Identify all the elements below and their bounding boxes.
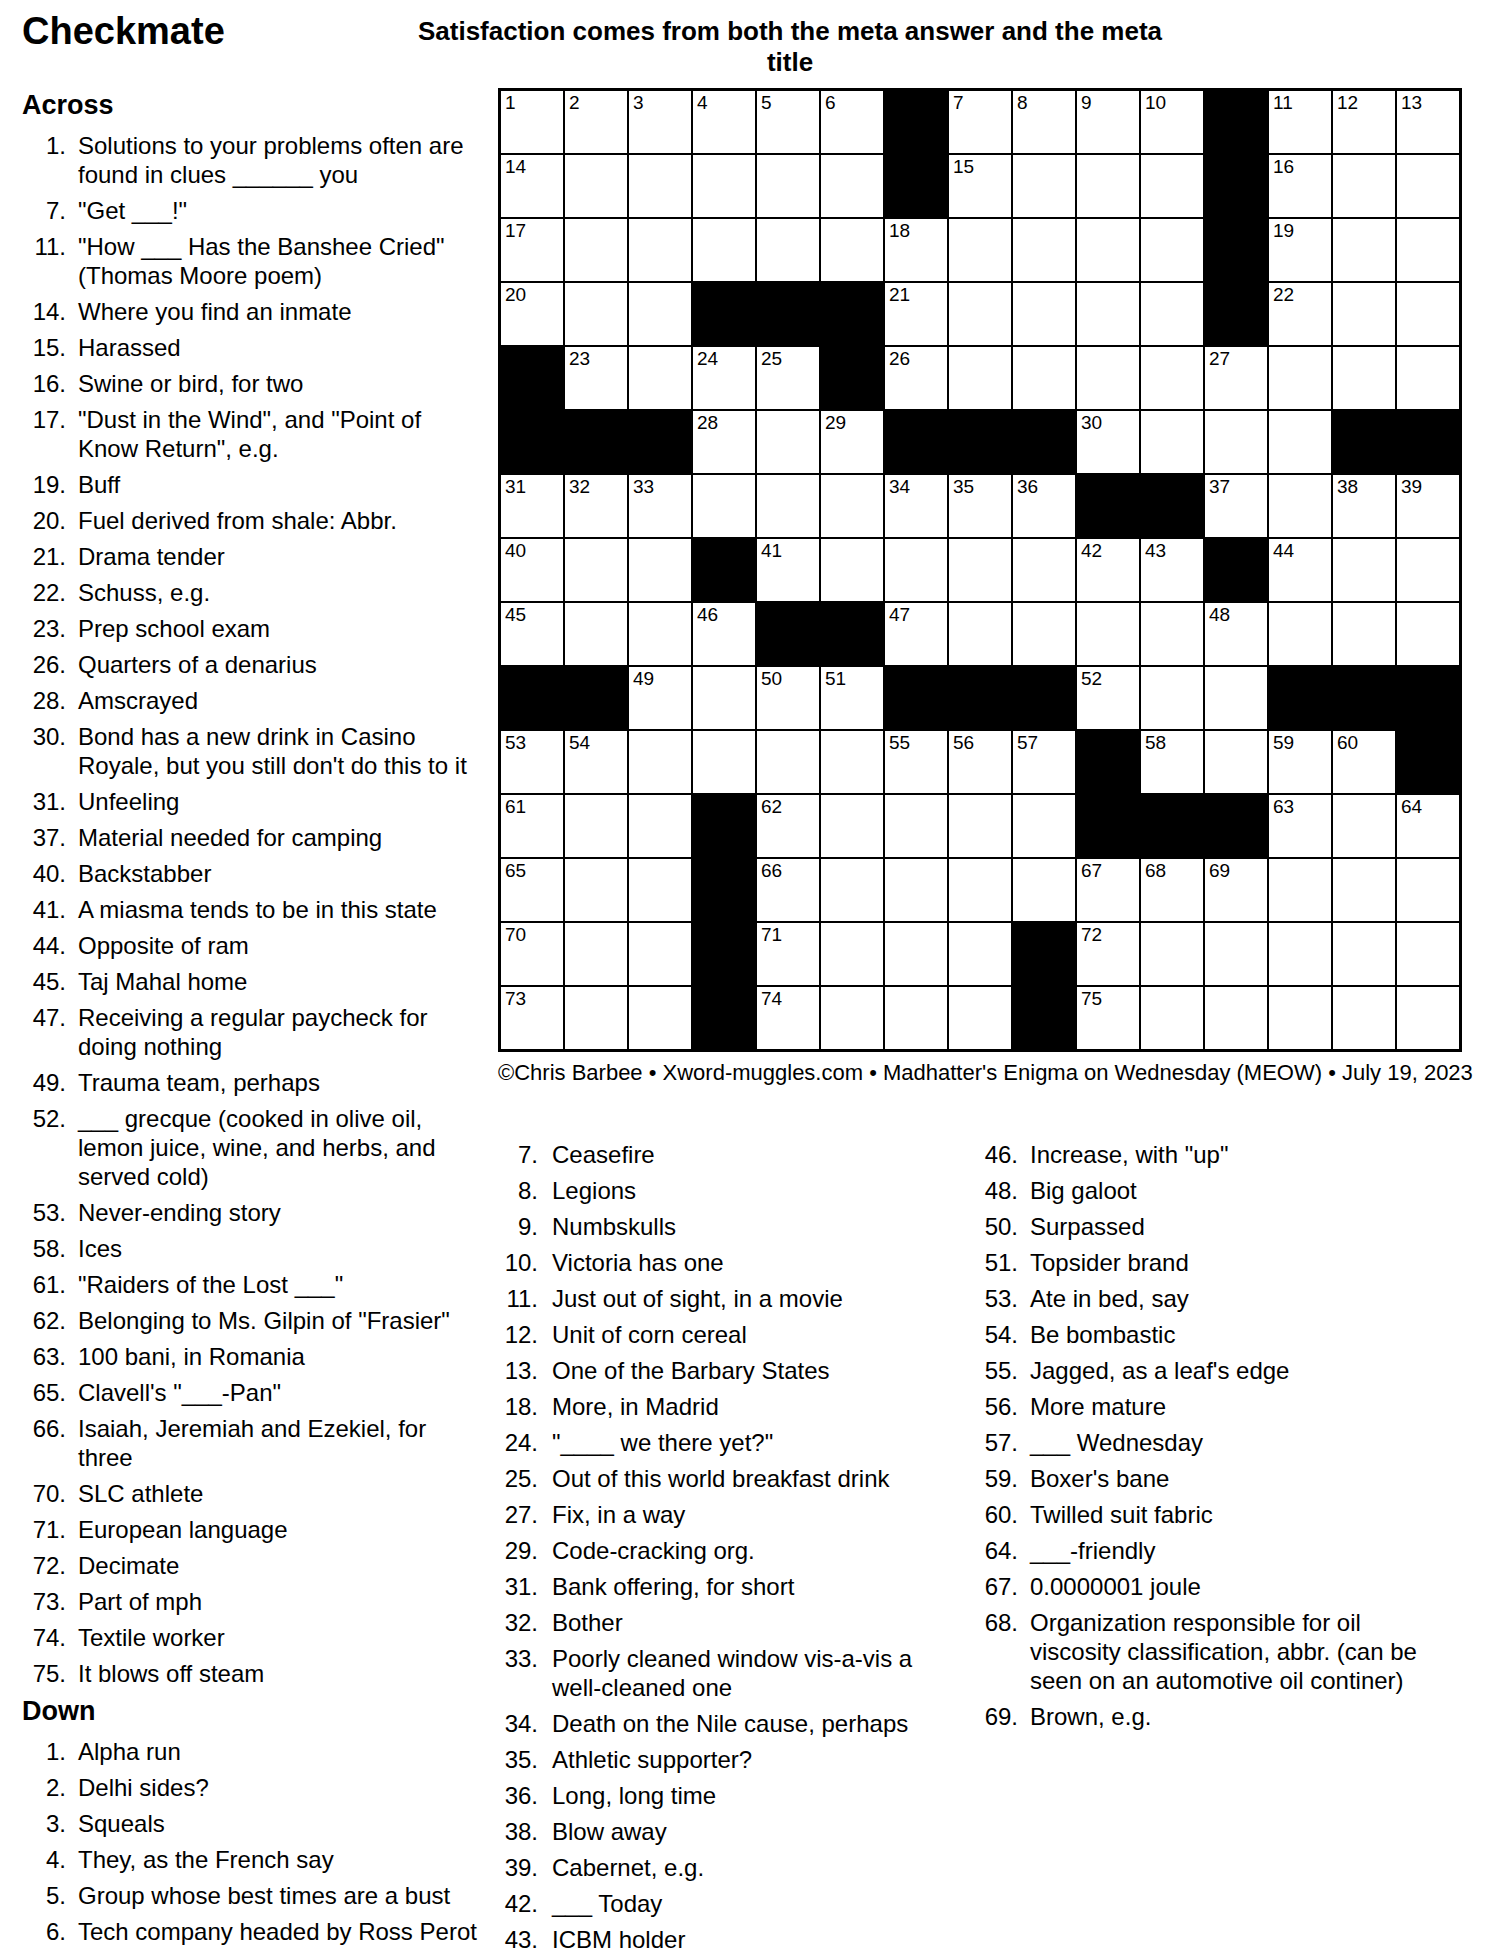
clue-number: 22. xyxy=(22,578,66,607)
cell-r11c2[interactable]: 54 xyxy=(565,731,627,793)
cell-r13c7[interactable] xyxy=(885,859,947,921)
clue-column-middle: 7. Ceasefire 8. Legions 9. Numbskulls 10… xyxy=(500,1140,960,1954)
cell-r14c2[interactable] xyxy=(565,923,627,985)
cell-r2c2[interactable] xyxy=(565,155,627,217)
cell-r15c5[interactable]: 74 xyxy=(757,987,819,1049)
clue-text: One of the Barbary States xyxy=(552,1356,960,1385)
cell-r1c10[interactable]: 9 xyxy=(1077,91,1139,153)
cell-r14c14[interactable] xyxy=(1333,923,1395,985)
clue-item: 51. Topsider brand xyxy=(980,1248,1458,1277)
cell-r13c8[interactable] xyxy=(949,859,1011,921)
clue-item: 66. Isaiah, Jeremiah and Ezekiel, for th… xyxy=(22,1414,490,1472)
cell-r10c11[interactable] xyxy=(1141,667,1203,729)
clue-item: 17. "Dust in the Wind", and "Point of Kn… xyxy=(22,405,490,463)
cell-number: 57 xyxy=(1017,732,1038,753)
cell-r9c12[interactable]: 48 xyxy=(1205,603,1267,665)
clue-item: 3. Squeals xyxy=(22,1809,490,1838)
cell-r12c4-block xyxy=(693,795,755,857)
cell-r13c10[interactable]: 67 xyxy=(1077,859,1139,921)
cell-r10c3[interactable]: 49 xyxy=(629,667,691,729)
cell-r14c6[interactable] xyxy=(821,923,883,985)
cell-r10c7-block xyxy=(885,667,947,729)
clue-text: Jagged, as a leaf's edge xyxy=(1030,1356,1440,1385)
clue-item: 11. Just out of sight, in a movie xyxy=(500,1284,960,1313)
cell-r4c12-block xyxy=(1205,283,1267,345)
cell-r11c13[interactable]: 59 xyxy=(1269,731,1331,793)
cell-r11c5[interactable] xyxy=(757,731,819,793)
cell-r7c5[interactable] xyxy=(757,475,819,537)
cell-r1c12-block xyxy=(1205,91,1267,153)
cell-r8c14[interactable] xyxy=(1333,539,1395,601)
clue-number: 28. xyxy=(22,686,66,715)
cell-r3c13[interactable]: 19 xyxy=(1269,219,1331,281)
cell-r15c6[interactable] xyxy=(821,987,883,1049)
cell-r3c9[interactable] xyxy=(1013,219,1075,281)
cell-r2c6[interactable] xyxy=(821,155,883,217)
cell-r1c2[interactable]: 2 xyxy=(565,91,627,153)
cell-r5c4[interactable]: 24 xyxy=(693,347,755,409)
cell-r5c1-block xyxy=(501,347,563,409)
cell-r11c11[interactable]: 58 xyxy=(1141,731,1203,793)
cell-r14c7[interactable] xyxy=(885,923,947,985)
cell-r12c2[interactable] xyxy=(565,795,627,857)
cell-r3c5[interactable] xyxy=(757,219,819,281)
clue-number: 5. xyxy=(22,1881,66,1910)
cell-r10c4[interactable] xyxy=(693,667,755,729)
cell-r13c15[interactable] xyxy=(1397,859,1459,921)
cell-r3c10[interactable] xyxy=(1077,219,1139,281)
cell-r7c9[interactable]: 36 xyxy=(1013,475,1075,537)
cell-r6c12[interactable] xyxy=(1205,411,1267,473)
cell-r11c12[interactable] xyxy=(1205,731,1267,793)
clue-item: 74. Textile worker xyxy=(22,1623,490,1652)
cell-r4c6-block xyxy=(821,283,883,345)
cell-r2c13[interactable]: 16 xyxy=(1269,155,1331,217)
cell-r10c8-block xyxy=(949,667,1011,729)
cell-r13c6[interactable] xyxy=(821,859,883,921)
cell-r6c9-block xyxy=(1013,411,1075,473)
cell-r3c15[interactable] xyxy=(1397,219,1459,281)
cell-r13c14[interactable] xyxy=(1333,859,1395,921)
cell-r12c12-block xyxy=(1205,795,1267,857)
cell-r7c8[interactable]: 35 xyxy=(949,475,1011,537)
cell-r2c3[interactable] xyxy=(629,155,691,217)
clue-text: European language xyxy=(78,1515,478,1544)
clue-number: 54. xyxy=(980,1320,1018,1349)
crossword-grid[interactable]: 1234567891011121314151617181920212223242… xyxy=(498,88,1462,1052)
down-header: Down xyxy=(22,1696,490,1727)
cell-r15c14[interactable] xyxy=(1333,987,1395,1049)
cell-r8c1[interactable]: 40 xyxy=(501,539,563,601)
cell-r8c2[interactable] xyxy=(565,539,627,601)
cell-r13c11[interactable]: 68 xyxy=(1141,859,1203,921)
clue-text: Long, long time xyxy=(552,1781,960,1810)
cell-r3c6[interactable] xyxy=(821,219,883,281)
cell-r4c10[interactable] xyxy=(1077,283,1139,345)
cell-r7c6[interactable] xyxy=(821,475,883,537)
cell-r5c13[interactable] xyxy=(1269,347,1331,409)
cell-r2c1[interactable]: 14 xyxy=(501,155,563,217)
cell-r4c9[interactable] xyxy=(1013,283,1075,345)
clue-number: 29. xyxy=(500,1536,538,1565)
cell-r7c15[interactable]: 39 xyxy=(1397,475,1459,537)
clue-number: 33. xyxy=(500,1644,538,1673)
cell-r1c7-block xyxy=(885,91,947,153)
clue-item: 63. 100 bani, in Romania xyxy=(22,1342,490,1371)
cell-r4c15[interactable] xyxy=(1397,283,1459,345)
cell-r10c6[interactable]: 51 xyxy=(821,667,883,729)
clue-text: "Dust in the Wind", and "Point of Know R… xyxy=(78,405,478,463)
cell-r15c10[interactable]: 75 xyxy=(1077,987,1139,1049)
cell-r11c14[interactable]: 60 xyxy=(1333,731,1395,793)
cell-r13c1[interactable]: 65 xyxy=(501,859,563,921)
cell-number: 65 xyxy=(505,860,526,881)
clue-number: 64. xyxy=(980,1536,1018,1565)
cell-r8c3[interactable] xyxy=(629,539,691,601)
cell-r15c13[interactable] xyxy=(1269,987,1331,1049)
cell-number: 30 xyxy=(1081,412,1102,433)
cell-r8c7[interactable] xyxy=(885,539,947,601)
cell-r7c12[interactable]: 37 xyxy=(1205,475,1267,537)
clue-text: "How ___ Has the Banshee Cried" (Thomas … xyxy=(78,232,478,290)
cell-r15c9-block xyxy=(1013,987,1075,1049)
cell-r15c2[interactable] xyxy=(565,987,627,1049)
cell-r2c14[interactable] xyxy=(1333,155,1395,217)
cell-r5c11[interactable] xyxy=(1141,347,1203,409)
cell-r1c5[interactable]: 5 xyxy=(757,91,819,153)
cell-r6c3-block xyxy=(629,411,691,473)
cell-r9c15[interactable] xyxy=(1397,603,1459,665)
clue-text: Bond has a new drink in Casino Royale, b… xyxy=(78,722,478,780)
cell-r11c6[interactable] xyxy=(821,731,883,793)
cell-r4c7[interactable]: 21 xyxy=(885,283,947,345)
cell-number: 39 xyxy=(1401,476,1422,497)
cell-r12c8[interactable] xyxy=(949,795,1011,857)
cell-r15c12[interactable] xyxy=(1205,987,1267,1049)
clue-number: 41. xyxy=(22,895,66,924)
cell-r11c8[interactable]: 56 xyxy=(949,731,1011,793)
clue-number: 59. xyxy=(980,1464,1018,1493)
cell-r3c3[interactable] xyxy=(629,219,691,281)
clue-number: 69. xyxy=(980,1702,1018,1731)
cell-r14c12[interactable] xyxy=(1205,923,1267,985)
clue-number: 66. xyxy=(22,1414,66,1443)
cell-r8c5[interactable]: 41 xyxy=(757,539,819,601)
cell-r8c10[interactable]: 42 xyxy=(1077,539,1139,601)
cell-r14c9-block xyxy=(1013,923,1075,985)
down-clue-list-2: 7. Ceasefire 8. Legions 9. Numbskulls 10… xyxy=(500,1140,960,1954)
clue-item: 40. Backstabber xyxy=(22,859,490,888)
cell-r8c6[interactable] xyxy=(821,539,883,601)
cell-r4c13[interactable]: 22 xyxy=(1269,283,1331,345)
cell-r5c3[interactable] xyxy=(629,347,691,409)
cell-r8c4-block xyxy=(693,539,755,601)
clue-item: 68. Organization responsible for oil vis… xyxy=(980,1608,1458,1695)
cell-r1c13[interactable]: 11 xyxy=(1269,91,1331,153)
clue-number: 53. xyxy=(22,1198,66,1227)
cell-r10c2-block xyxy=(565,667,627,729)
cell-r14c8[interactable] xyxy=(949,923,1011,985)
cell-r6c2-block xyxy=(565,411,627,473)
clue-number: 43. xyxy=(500,1925,538,1954)
cell-r10c1-block xyxy=(501,667,563,729)
clue-text: Cabernet, e.g. xyxy=(552,1853,960,1882)
clue-text: ICBM holder xyxy=(552,1925,960,1954)
clue-text: Amscrayed xyxy=(78,686,478,715)
cell-r3c11[interactable] xyxy=(1141,219,1203,281)
cell-r5c15[interactable] xyxy=(1397,347,1459,409)
clue-item: 29. Code-cracking org. xyxy=(500,1536,960,1565)
cell-r1c9[interactable]: 8 xyxy=(1013,91,1075,153)
cell-r1c1[interactable]: 1 xyxy=(501,91,563,153)
cell-r6c13[interactable] xyxy=(1269,411,1331,473)
cell-r8c13[interactable]: 44 xyxy=(1269,539,1331,601)
cell-r2c11[interactable] xyxy=(1141,155,1203,217)
cell-r1c11[interactable]: 10 xyxy=(1141,91,1203,153)
clue-number: 14. xyxy=(22,297,66,326)
cell-r6c10[interactable]: 30 xyxy=(1077,411,1139,473)
cell-r13c13[interactable] xyxy=(1269,859,1331,921)
cell-r2c15[interactable] xyxy=(1397,155,1459,217)
clue-text: Fuel derived from shale: Abbr. xyxy=(78,506,478,535)
cell-r5c9[interactable] xyxy=(1013,347,1075,409)
clue-item: 7. "Get ___!" xyxy=(22,196,490,225)
cell-r4c1[interactable]: 20 xyxy=(501,283,563,345)
cell-number: 55 xyxy=(889,732,910,753)
cell-r5c7[interactable]: 26 xyxy=(885,347,947,409)
clue-text: Delhi sides? xyxy=(78,1773,478,1802)
clue-item: 65. Clavell's "___-Pan" xyxy=(22,1378,490,1407)
cell-r3c12-block xyxy=(1205,219,1267,281)
clue-number: 73. xyxy=(22,1587,66,1616)
clue-number: 49. xyxy=(22,1068,66,1097)
cell-r6c7-block xyxy=(885,411,947,473)
cell-r15c11[interactable] xyxy=(1141,987,1203,1049)
cell-number: 52 xyxy=(1081,668,1102,689)
cell-r2c9[interactable] xyxy=(1013,155,1075,217)
clue-item: 10. Victoria has one xyxy=(500,1248,960,1277)
cell-r9c7[interactable]: 47 xyxy=(885,603,947,665)
cell-r3c7[interactable]: 18 xyxy=(885,219,947,281)
cell-r12c3[interactable] xyxy=(629,795,691,857)
cell-r8c15[interactable] xyxy=(1397,539,1459,601)
cell-r9c8[interactable] xyxy=(949,603,1011,665)
cell-r6c14-block xyxy=(1333,411,1395,473)
cell-r12c7[interactable] xyxy=(885,795,947,857)
cell-r13c9[interactable] xyxy=(1013,859,1075,921)
cell-r2c10[interactable] xyxy=(1077,155,1139,217)
cell-r13c12[interactable]: 69 xyxy=(1205,859,1267,921)
cell-number: 41 xyxy=(761,540,782,561)
clue-item: 75. It blows off steam xyxy=(22,1659,490,1688)
cell-r5c12[interactable]: 27 xyxy=(1205,347,1267,409)
clue-number: 36. xyxy=(500,1781,538,1810)
clue-item: 56. More mature xyxy=(980,1392,1458,1421)
cell-r9c1[interactable]: 45 xyxy=(501,603,563,665)
cell-r12c5[interactable]: 62 xyxy=(757,795,819,857)
cell-r7c13[interactable] xyxy=(1269,475,1331,537)
cell-r12c10-block xyxy=(1077,795,1139,857)
clue-item: 49. Trauma team, perhaps xyxy=(22,1068,490,1097)
clue-item: 33. Poorly cleaned window vis-a-vis a we… xyxy=(500,1644,960,1702)
cell-r5c10[interactable] xyxy=(1077,347,1139,409)
cell-r4c2[interactable] xyxy=(565,283,627,345)
cell-r3c2[interactable] xyxy=(565,219,627,281)
cell-r5c8[interactable] xyxy=(949,347,1011,409)
cell-r5c2[interactable]: 23 xyxy=(565,347,627,409)
cell-r9c14[interactable] xyxy=(1333,603,1395,665)
cell-number: 31 xyxy=(505,476,526,497)
cell-r9c13[interactable] xyxy=(1269,603,1331,665)
cell-r14c3[interactable] xyxy=(629,923,691,985)
cell-r14c15[interactable] xyxy=(1397,923,1459,985)
cell-r1c8[interactable]: 7 xyxy=(949,91,1011,153)
clue-number: 6. xyxy=(22,1917,66,1946)
clue-item: 5. Group whose best times are a bust xyxy=(22,1881,490,1910)
cell-r3c14[interactable] xyxy=(1333,219,1395,281)
clue-number: 12. xyxy=(500,1320,538,1349)
cell-r12c6[interactable] xyxy=(821,795,883,857)
cell-r6c6[interactable]: 29 xyxy=(821,411,883,473)
cell-number: 16 xyxy=(1273,156,1294,177)
clue-item: 54. Be bombastic xyxy=(980,1320,1458,1349)
cell-r10c5[interactable]: 50 xyxy=(757,667,819,729)
clue-text: 0.0000001 joule xyxy=(1030,1572,1440,1601)
cell-r1c6[interactable]: 6 xyxy=(821,91,883,153)
cell-r12c13[interactable]: 63 xyxy=(1269,795,1331,857)
clue-item: 45. Taj Mahal home xyxy=(22,967,490,996)
cell-r3c1[interactable]: 17 xyxy=(501,219,563,281)
cell-r9c2[interactable] xyxy=(565,603,627,665)
cell-r5c5[interactable]: 25 xyxy=(757,347,819,409)
cell-r15c1[interactable]: 73 xyxy=(501,987,563,1049)
cell-r8c9[interactable] xyxy=(1013,539,1075,601)
cell-r12c9[interactable] xyxy=(1013,795,1075,857)
cell-r1c3[interactable]: 3 xyxy=(629,91,691,153)
cell-r11c9[interactable]: 57 xyxy=(1013,731,1075,793)
cell-r9c3[interactable] xyxy=(629,603,691,665)
cell-number: 19 xyxy=(1273,220,1294,241)
cell-r14c13[interactable] xyxy=(1269,923,1331,985)
cell-r11c1[interactable]: 53 xyxy=(501,731,563,793)
clue-item: 26. Quarters of a denarius xyxy=(22,650,490,679)
clue-item: 41. A miasma tends to be in this state xyxy=(22,895,490,924)
cell-r15c4-block xyxy=(693,987,755,1049)
cell-r11c7[interactable]: 55 xyxy=(885,731,947,793)
cell-r1c14[interactable]: 12 xyxy=(1333,91,1395,153)
clue-text: Alpha run xyxy=(78,1737,478,1766)
clue-number: 26. xyxy=(22,650,66,679)
across-clue-list: 1. Solutions to your problems often are … xyxy=(22,131,490,1688)
cell-r9c9[interactable] xyxy=(1013,603,1075,665)
cell-number: 34 xyxy=(889,476,910,497)
cell-r1c15[interactable]: 13 xyxy=(1397,91,1459,153)
clue-item: 72. Decimate xyxy=(22,1551,490,1580)
cell-r9c4[interactable]: 46 xyxy=(693,603,755,665)
clue-item: 13. One of the Barbary States xyxy=(500,1356,960,1385)
cell-r7c2[interactable]: 32 xyxy=(565,475,627,537)
cell-r14c10[interactable]: 72 xyxy=(1077,923,1139,985)
cell-r14c4-block xyxy=(693,923,755,985)
cell-r14c1[interactable]: 70 xyxy=(501,923,563,985)
cell-r7c4[interactable] xyxy=(693,475,755,537)
clue-item: 19. Buff xyxy=(22,470,490,499)
cell-r15c3[interactable] xyxy=(629,987,691,1049)
cell-r13c3[interactable] xyxy=(629,859,691,921)
clue-item: 53. Ate in bed, say xyxy=(980,1284,1458,1313)
cell-r13c2[interactable] xyxy=(565,859,627,921)
cell-number: 49 xyxy=(633,668,654,689)
clue-item: 25. Out of this world breakfast drink xyxy=(500,1464,960,1493)
cell-r7c1[interactable]: 31 xyxy=(501,475,563,537)
cell-r2c8[interactable]: 15 xyxy=(949,155,1011,217)
clue-number: 60. xyxy=(980,1500,1018,1529)
cell-r10c12[interactable] xyxy=(1205,667,1267,729)
cell-number: 27 xyxy=(1209,348,1230,369)
cell-r15c7[interactable] xyxy=(885,987,947,1049)
cell-r7c14[interactable]: 38 xyxy=(1333,475,1395,537)
clue-text: Solutions to your problems often are fou… xyxy=(78,131,478,189)
cell-r11c3[interactable] xyxy=(629,731,691,793)
cell-r4c8[interactable] xyxy=(949,283,1011,345)
cell-r3c4[interactable] xyxy=(693,219,755,281)
cell-r5c14[interactable] xyxy=(1333,347,1395,409)
cell-number: 51 xyxy=(825,668,846,689)
cell-r13c5[interactable]: 66 xyxy=(757,859,819,921)
cell-r3c8[interactable] xyxy=(949,219,1011,281)
cell-r6c1-block xyxy=(501,411,563,473)
clue-number: 62. xyxy=(22,1306,66,1335)
cell-r15c8[interactable] xyxy=(949,987,1011,1049)
cell-r11c4[interactable] xyxy=(693,731,755,793)
cell-r8c11[interactable]: 43 xyxy=(1141,539,1203,601)
cell-r9c10[interactable] xyxy=(1077,603,1139,665)
cell-r12c1[interactable]: 61 xyxy=(501,795,563,857)
cell-r12c14[interactable] xyxy=(1333,795,1395,857)
cell-r2c5[interactable] xyxy=(757,155,819,217)
clue-number: 34. xyxy=(500,1709,538,1738)
cell-r14c11[interactable] xyxy=(1141,923,1203,985)
cell-r6c5[interactable] xyxy=(757,411,819,473)
cell-r2c4[interactable] xyxy=(693,155,755,217)
cell-number: 64 xyxy=(1401,796,1422,817)
cell-r4c14[interactable] xyxy=(1333,283,1395,345)
cell-r4c11[interactable] xyxy=(1141,283,1203,345)
cell-r8c8[interactable] xyxy=(949,539,1011,601)
cell-r7c3[interactable]: 33 xyxy=(629,475,691,537)
cell-number: 1 xyxy=(505,92,516,113)
cell-r12c15[interactable]: 64 xyxy=(1397,795,1459,857)
clue-number: 32. xyxy=(500,1608,538,1637)
cell-r11c10-block xyxy=(1077,731,1139,793)
clue-item: 46. Increase, with "up" xyxy=(980,1140,1458,1169)
clue-number: 30. xyxy=(22,722,66,751)
cell-r14c5[interactable]: 71 xyxy=(757,923,819,985)
cell-r1c4[interactable]: 4 xyxy=(693,91,755,153)
cell-r10c10[interactable]: 52 xyxy=(1077,667,1139,729)
cell-r7c7[interactable]: 34 xyxy=(885,475,947,537)
cell-number: 73 xyxy=(505,988,526,1009)
cell-r9c11[interactable] xyxy=(1141,603,1203,665)
cell-r15c15[interactable] xyxy=(1397,987,1459,1049)
clue-item: 32. Bother xyxy=(500,1608,960,1637)
clue-number: 37. xyxy=(22,823,66,852)
cell-r4c3[interactable] xyxy=(629,283,691,345)
cell-number: 70 xyxy=(505,924,526,945)
cell-r6c4[interactable]: 28 xyxy=(693,411,755,473)
clue-text: Harassed xyxy=(78,333,478,362)
cell-r6c11[interactable] xyxy=(1141,411,1203,473)
